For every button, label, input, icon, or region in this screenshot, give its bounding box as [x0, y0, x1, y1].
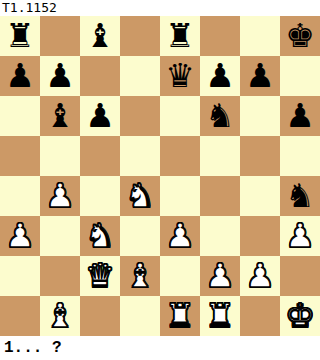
square-f4[interactable] [200, 176, 240, 216]
square-g6[interactable] [240, 96, 280, 136]
square-c7[interactable] [80, 56, 120, 96]
square-f6[interactable]: ♞ [200, 96, 240, 136]
square-c2[interactable]: ♛ [80, 256, 120, 296]
piece-white-knight: ♞ [125, 176, 155, 216]
square-g3[interactable] [240, 216, 280, 256]
piece-black-bishop: ♝ [85, 16, 115, 56]
chess-board: ♜♝♜♚♟♟♛♟♟♝♟♞♟♟♞♞♟♞♟♟♛♝♟♟♝♜♜♚ [0, 16, 320, 336]
square-b7[interactable]: ♟ [40, 56, 80, 96]
square-b6[interactable]: ♝ [40, 96, 80, 136]
square-h5[interactable] [280, 136, 320, 176]
square-e7[interactable]: ♛ [160, 56, 200, 96]
square-f8[interactable] [200, 16, 240, 56]
square-g2[interactable]: ♟ [240, 256, 280, 296]
square-a3[interactable]: ♟ [0, 216, 40, 256]
piece-black-knight: ♞ [205, 96, 235, 136]
piece-white-pawn: ♟ [285, 216, 315, 256]
square-d4[interactable]: ♞ [120, 176, 160, 216]
square-f5[interactable] [200, 136, 240, 176]
square-h2[interactable] [280, 256, 320, 296]
square-c4[interactable] [80, 176, 120, 216]
square-a6[interactable] [0, 96, 40, 136]
piece-white-queen: ♛ [85, 256, 115, 296]
square-e6[interactable] [160, 96, 200, 136]
square-g4[interactable] [240, 176, 280, 216]
square-e4[interactable] [160, 176, 200, 216]
square-g1[interactable] [240, 296, 280, 336]
square-a1[interactable] [0, 296, 40, 336]
piece-white-bishop: ♝ [45, 296, 75, 336]
piece-black-pawn: ♟ [45, 56, 75, 96]
square-d3[interactable] [120, 216, 160, 256]
piece-white-bishop: ♝ [125, 256, 155, 296]
square-b1[interactable]: ♝ [40, 296, 80, 336]
square-g8[interactable] [240, 16, 280, 56]
piece-white-knight: ♞ [85, 216, 115, 256]
square-h3[interactable]: ♟ [280, 216, 320, 256]
piece-black-pawn: ♟ [5, 56, 35, 96]
square-e1[interactable]: ♜ [160, 296, 200, 336]
square-h6[interactable]: ♟ [280, 96, 320, 136]
square-e3[interactable]: ♟ [160, 216, 200, 256]
piece-white-king: ♚ [285, 296, 315, 336]
square-f7[interactable]: ♟ [200, 56, 240, 96]
piece-black-pawn: ♟ [205, 56, 235, 96]
piece-black-bishop: ♝ [45, 96, 75, 136]
square-h7[interactable] [280, 56, 320, 96]
square-h1[interactable]: ♚ [280, 296, 320, 336]
square-e2[interactable] [160, 256, 200, 296]
square-f1[interactable]: ♜ [200, 296, 240, 336]
move-prompt: 1... ? [0, 336, 320, 360]
piece-white-pawn: ♟ [5, 216, 35, 256]
square-h4[interactable]: ♞ [280, 176, 320, 216]
square-a8[interactable]: ♜ [0, 16, 40, 56]
piece-white-pawn: ♟ [205, 256, 235, 296]
square-b3[interactable] [40, 216, 80, 256]
square-f3[interactable] [200, 216, 240, 256]
square-a5[interactable] [0, 136, 40, 176]
piece-white-pawn: ♟ [165, 216, 195, 256]
square-a7[interactable]: ♟ [0, 56, 40, 96]
piece-black-rook: ♜ [165, 16, 195, 56]
piece-white-pawn: ♟ [45, 176, 75, 216]
square-c3[interactable]: ♞ [80, 216, 120, 256]
square-g5[interactable] [240, 136, 280, 176]
square-d1[interactable] [120, 296, 160, 336]
piece-black-pawn: ♟ [245, 56, 275, 96]
chess-puzzle-window: T1.1152 ♜♝♜♚♟♟♛♟♟♝♟♞♟♟♞♞♟♞♟♟♛♝♟♟♝♜♜♚ 1..… [0, 0, 320, 360]
square-d7[interactable] [120, 56, 160, 96]
square-c8[interactable]: ♝ [80, 16, 120, 56]
square-d8[interactable] [120, 16, 160, 56]
square-h8[interactable]: ♚ [280, 16, 320, 56]
puzzle-id: T1.1152 [0, 0, 320, 16]
piece-white-pawn: ♟ [245, 256, 275, 296]
piece-black-knight: ♞ [285, 176, 315, 216]
square-b5[interactable] [40, 136, 80, 176]
square-d2[interactable]: ♝ [120, 256, 160, 296]
piece-black-pawn: ♟ [85, 96, 115, 136]
square-b2[interactable] [40, 256, 80, 296]
square-c1[interactable] [80, 296, 120, 336]
square-a4[interactable] [0, 176, 40, 216]
square-b8[interactable] [40, 16, 80, 56]
piece-white-rook: ♜ [205, 296, 235, 336]
square-g7[interactable]: ♟ [240, 56, 280, 96]
piece-black-pawn: ♟ [285, 96, 315, 136]
square-f2[interactable]: ♟ [200, 256, 240, 296]
square-e8[interactable]: ♜ [160, 16, 200, 56]
square-d6[interactable] [120, 96, 160, 136]
piece-white-rook: ♜ [165, 296, 195, 336]
square-d5[interactable] [120, 136, 160, 176]
square-b4[interactable]: ♟ [40, 176, 80, 216]
piece-black-king: ♚ [285, 16, 315, 56]
square-c6[interactable]: ♟ [80, 96, 120, 136]
piece-black-rook: ♜ [5, 16, 35, 56]
square-e5[interactable] [160, 136, 200, 176]
square-c5[interactable] [80, 136, 120, 176]
piece-black-queen: ♛ [165, 56, 195, 96]
square-a2[interactable] [0, 256, 40, 296]
